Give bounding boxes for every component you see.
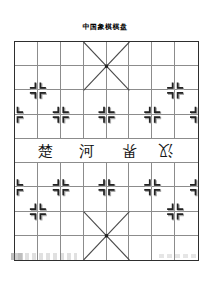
page-title: 中国象棋棋盘 — [0, 22, 210, 32]
page: 中国象棋棋盘 楚河 汉界 — [0, 0, 210, 297]
xiangqi-board: 楚河 汉界 — [14, 41, 199, 261]
board-overlay — [15, 42, 198, 260]
